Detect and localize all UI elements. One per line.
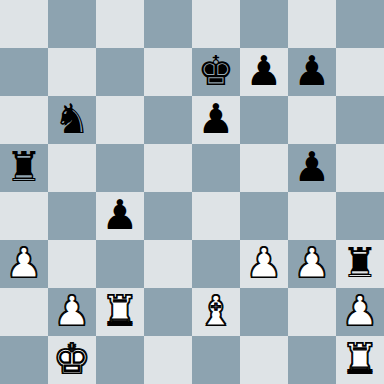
black-pawn[interactable]: ♟ [294,147,331,188]
square-f7[interactable]: ♟ [240,48,288,96]
white-pawn[interactable]: ♟ [6,243,43,284]
square-f4[interactable] [240,192,288,240]
square-b1[interactable]: ♚ [48,336,96,384]
square-g3[interactable]: ♟ [288,240,336,288]
white-bishop[interactable]: ♝ [198,291,235,332]
square-e1[interactable] [192,336,240,384]
square-b8[interactable] [48,0,96,48]
square-f2[interactable] [240,288,288,336]
square-f6[interactable] [240,96,288,144]
square-h8[interactable] [336,0,384,48]
square-e2[interactable]: ♝ [192,288,240,336]
square-d5[interactable] [144,144,192,192]
board-container: ♚♟♟♞♟♜♟♟♟♟♟♜♟♜♝♟♚♜ [0,0,384,384]
white-pawn[interactable]: ♟ [342,291,379,332]
square-a5[interactable]: ♜ [0,144,48,192]
square-a7[interactable] [0,48,48,96]
square-a4[interactable] [0,192,48,240]
black-rook[interactable]: ♜ [342,243,379,284]
square-h3[interactable]: ♜ [336,240,384,288]
square-b4[interactable] [48,192,96,240]
white-pawn[interactable]: ♟ [294,243,331,284]
square-e6[interactable]: ♟ [192,96,240,144]
white-rook[interactable]: ♜ [102,291,139,332]
square-d4[interactable] [144,192,192,240]
square-c2[interactable]: ♜ [96,288,144,336]
square-d7[interactable] [144,48,192,96]
square-a8[interactable] [0,0,48,48]
square-h1[interactable]: ♜ [336,336,384,384]
square-c1[interactable] [96,336,144,384]
square-f8[interactable] [240,0,288,48]
black-king[interactable]: ♚ [198,51,235,92]
square-c7[interactable] [96,48,144,96]
square-c4[interactable]: ♟ [96,192,144,240]
square-g2[interactable] [288,288,336,336]
square-c8[interactable] [96,0,144,48]
square-h7[interactable] [336,48,384,96]
square-d8[interactable] [144,0,192,48]
black-rook[interactable]: ♜ [6,147,43,188]
square-e3[interactable] [192,240,240,288]
black-knight[interactable]: ♞ [54,99,91,140]
square-g8[interactable] [288,0,336,48]
square-g1[interactable] [288,336,336,384]
square-c6[interactable] [96,96,144,144]
black-pawn[interactable]: ♟ [294,51,331,92]
square-d6[interactable] [144,96,192,144]
square-h5[interactable] [336,144,384,192]
square-e4[interactable] [192,192,240,240]
square-d2[interactable] [144,288,192,336]
square-e5[interactable] [192,144,240,192]
square-b5[interactable] [48,144,96,192]
square-b2[interactable]: ♟ [48,288,96,336]
white-pawn[interactable]: ♟ [246,243,283,284]
square-e8[interactable] [192,0,240,48]
square-a2[interactable] [0,288,48,336]
chess-board: ♚♟♟♞♟♜♟♟♟♟♟♜♟♜♝♟♚♜ [0,0,384,384]
square-b3[interactable] [48,240,96,288]
square-f3[interactable]: ♟ [240,240,288,288]
square-h6[interactable] [336,96,384,144]
white-king[interactable]: ♚ [54,339,91,380]
square-g6[interactable] [288,96,336,144]
square-h4[interactable] [336,192,384,240]
square-a6[interactable] [0,96,48,144]
square-d3[interactable] [144,240,192,288]
square-b6[interactable]: ♞ [48,96,96,144]
white-rook[interactable]: ♜ [342,339,379,380]
square-g5[interactable]: ♟ [288,144,336,192]
square-c5[interactable] [96,144,144,192]
square-f1[interactable] [240,336,288,384]
square-e7[interactable]: ♚ [192,48,240,96]
square-a1[interactable] [0,336,48,384]
black-pawn[interactable]: ♟ [102,195,139,236]
square-g7[interactable]: ♟ [288,48,336,96]
square-d1[interactable] [144,336,192,384]
square-b7[interactable] [48,48,96,96]
square-f5[interactable] [240,144,288,192]
white-pawn[interactable]: ♟ [54,291,91,332]
square-h2[interactable]: ♟ [336,288,384,336]
square-g4[interactable] [288,192,336,240]
square-c3[interactable] [96,240,144,288]
black-pawn[interactable]: ♟ [198,99,235,140]
black-pawn[interactable]: ♟ [246,51,283,92]
square-a3[interactable]: ♟ [0,240,48,288]
